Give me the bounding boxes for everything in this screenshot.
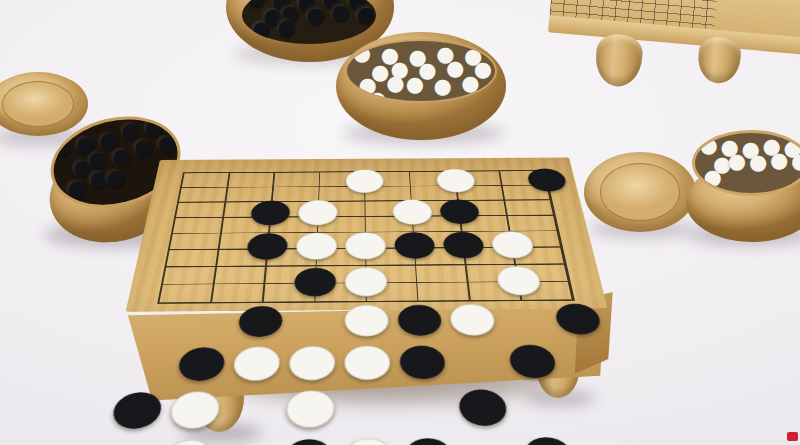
white-stone: ●	[388, 193, 437, 225]
white-stones-bowl-top: ●●●●●●●●●●●●●●●●	[336, 32, 506, 140]
second-goban-leg	[696, 35, 742, 84]
black-stone-in-bowl: ●	[155, 131, 178, 156]
white-stone: ●	[154, 429, 222, 445]
black-stone: ●	[232, 298, 288, 339]
black-stone: ●	[392, 297, 447, 338]
black-stone: ●	[171, 338, 232, 382]
second-goban	[544, 0, 800, 106]
white-stone: ●	[340, 297, 394, 338]
black-stone-in-bowl: ●	[104, 165, 127, 190]
black-stone: ●	[397, 428, 460, 445]
black-stone: ●	[389, 225, 440, 260]
white-stone-in-bowl: ●	[461, 73, 479, 94]
black-stone: ●	[277, 429, 339, 445]
black-stone: ●	[521, 162, 573, 192]
black-stone: ●	[452, 380, 515, 428]
black-stone-in-bowl: ●	[65, 176, 88, 201]
white-stone: ●	[341, 225, 391, 260]
black-stone: ●	[434, 193, 485, 225]
white-stones-cluster: ●●●●●●●●●●●	[698, 135, 800, 190]
black-stone-in-bowl: ●	[357, 4, 375, 25]
white-stone-in-bowl: ●	[406, 74, 424, 95]
white-stone: ●	[339, 337, 395, 381]
white-stone-in-bowl: ●	[749, 152, 767, 173]
white-stone: ●	[291, 226, 341, 261]
black-stone: ●	[501, 336, 563, 380]
bowl-opening: ●●●●●●●●●●●	[692, 130, 800, 196]
black-stone: ●	[547, 295, 609, 335]
black-stone: ●	[394, 337, 452, 381]
white-stone: ●	[444, 296, 501, 336]
white-stone: ●	[338, 428, 399, 445]
white-stones-cluster: ●●●●●●●●●●●●●●●●	[351, 43, 490, 98]
black-stone: ●	[104, 382, 171, 430]
red-watermark	[787, 432, 798, 441]
white-stone: ●	[293, 194, 341, 226]
second-goban-leg	[594, 33, 644, 89]
white-stone: ●	[490, 259, 547, 296]
white-stone: ●	[342, 164, 388, 194]
black-stone-in-bowl: ●	[50, 135, 73, 160]
black-stone: ●	[514, 427, 583, 445]
black-stone-in-bowl: ●	[278, 17, 296, 38]
black-stone-in-bowl: ●	[306, 5, 324, 26]
white-stone-in-bowl: ●	[791, 151, 800, 172]
white-stone: ●	[227, 338, 286, 382]
black-stone: ●	[437, 225, 490, 260]
bowl-opening: ●●●●●●●●●●●●●●●●	[345, 39, 497, 103]
stones-grid: ●●●●●●●●●●●●●●●●●●●●●●●●●●●●●●●●●●●●	[130, 163, 602, 312]
go-tabletop-scene: ●●●●●●●●●●●● ●●●●●●●●●●●●●●●● ●●●●●●●●●●…	[0, 0, 800, 445]
go-grid-9x9: ●●●●●●●●●●●●●●●●●●●●●●●●●●●●●●●●●●●●	[157, 170, 575, 304]
white-stone: ●	[163, 382, 227, 430]
white-stone-in-bowl: ●	[770, 150, 788, 171]
black-stone: ●	[241, 226, 293, 261]
goban-top-surface: ●●●●●●●●●●●●●●●●●●●●●●●●●●●●●●●●●●●●	[126, 157, 608, 311]
white-stone: ●	[283, 337, 340, 381]
black-stone-in-bowl: ●	[332, 2, 350, 23]
black-stone: ●	[245, 194, 295, 226]
white-stones-bowl-right: ●●●●●●●●●●●	[684, 124, 800, 242]
white-stone: ●	[280, 381, 339, 429]
black-stone: ●	[289, 260, 341, 298]
white-stone: ●	[340, 260, 392, 297]
white-stone-in-bowl: ●	[386, 73, 404, 94]
bowl-lid-right	[584, 152, 696, 232]
white-stone-in-bowl: ●	[434, 76, 452, 97]
white-stone: ●	[485, 224, 540, 259]
white-stone-in-bowl: ●	[728, 151, 746, 172]
white-stone: ●	[431, 163, 480, 193]
